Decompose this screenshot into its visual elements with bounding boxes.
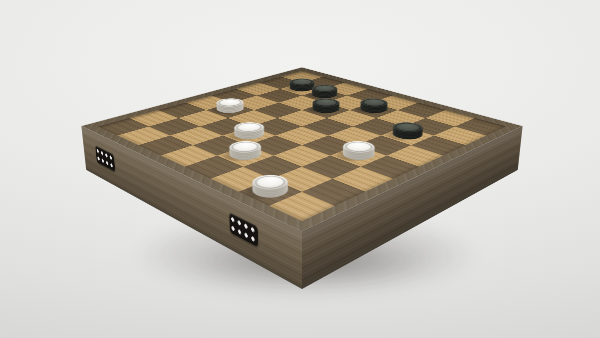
latch-icon	[229, 212, 258, 247]
perspective-stage	[0, 0, 600, 338]
board-top	[81, 67, 522, 231]
checkers-box	[81, 67, 522, 231]
checker-white[interactable]	[223, 147, 267, 164]
checker-white[interactable]	[246, 182, 295, 203]
checker-white[interactable]	[337, 147, 381, 164]
latch-icon	[95, 145, 115, 172]
render-scene	[0, 0, 600, 338]
checker-black[interactable]	[387, 128, 428, 143]
